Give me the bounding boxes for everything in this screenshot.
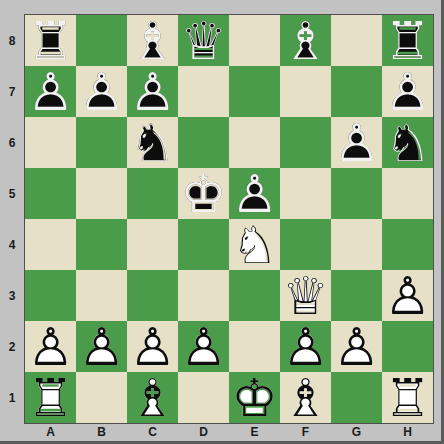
piece-outline-glyph: ♖ bbox=[25, 372, 76, 423]
rank-label-4: 4 bbox=[0, 219, 24, 270]
piece-outline-glyph: ♘ bbox=[229, 219, 280, 270]
square-b2[interactable]: ♟♙ bbox=[76, 321, 127, 372]
piece-outline-glyph: ♙ bbox=[382, 66, 433, 117]
piece-fill-glyph: ♜ bbox=[382, 372, 433, 423]
piece-outline-glyph: ♖ bbox=[382, 15, 433, 66]
file-label-f: F bbox=[280, 423, 331, 441]
square-e2[interactable] bbox=[229, 321, 280, 372]
black-bishop[interactable]: ♝♗ bbox=[127, 15, 178, 66]
file-labels: ABCDEFGH bbox=[25, 423, 433, 441]
piece-fill-glyph: ♞ bbox=[382, 117, 433, 168]
piece-fill-glyph: ♟ bbox=[280, 321, 331, 372]
square-a4[interactable] bbox=[25, 219, 76, 270]
piece-fill-glyph: ♜ bbox=[382, 15, 433, 66]
file-label-g: G bbox=[331, 423, 382, 441]
rank-label-5: 5 bbox=[0, 168, 24, 219]
square-d8[interactable]: ♛♕ bbox=[178, 15, 229, 66]
piece-fill-glyph: ♛ bbox=[280, 270, 331, 321]
square-c2[interactable]: ♟♙ bbox=[127, 321, 178, 372]
piece-fill-glyph: ♟ bbox=[127, 321, 178, 372]
square-g4[interactable] bbox=[331, 219, 382, 270]
piece-outline-glyph: ♖ bbox=[382, 372, 433, 423]
square-c6[interactable]: ♞♘ bbox=[127, 117, 178, 168]
square-e8[interactable] bbox=[229, 15, 280, 66]
square-c8[interactable]: ♝♗ bbox=[127, 15, 178, 66]
square-h6[interactable]: ♞♘ bbox=[382, 117, 433, 168]
piece-fill-glyph: ♟ bbox=[127, 66, 178, 117]
piece-fill-glyph: ♝ bbox=[280, 15, 331, 66]
rank-label-7: 7 bbox=[0, 66, 24, 117]
piece-fill-glyph: ♞ bbox=[127, 117, 178, 168]
white-pawn[interactable]: ♟♙ bbox=[331, 321, 382, 372]
square-g2[interactable]: ♟♙ bbox=[331, 321, 382, 372]
square-c7[interactable]: ♟♙ bbox=[127, 66, 178, 117]
square-f4[interactable] bbox=[280, 219, 331, 270]
piece-fill-glyph: ♚ bbox=[229, 372, 280, 423]
piece-outline-glyph: ♘ bbox=[382, 117, 433, 168]
square-c3[interactable] bbox=[127, 270, 178, 321]
piece-outline-glyph: ♘ bbox=[127, 117, 178, 168]
piece-fill-glyph: ♚ bbox=[178, 168, 229, 219]
square-e1[interactable]: ♚♔ bbox=[229, 372, 280, 423]
square-f3[interactable]: ♛♕ bbox=[280, 270, 331, 321]
white-pawn[interactable]: ♟♙ bbox=[178, 321, 229, 372]
white-bishop[interactable]: ♝♗ bbox=[280, 372, 331, 423]
piece-outline-glyph: ♕ bbox=[280, 270, 331, 321]
square-e5[interactable]: ♟♙ bbox=[229, 168, 280, 219]
black-pawn[interactable]: ♟♙ bbox=[229, 168, 280, 219]
black-rook[interactable]: ♜♖ bbox=[382, 15, 433, 66]
square-b6[interactable] bbox=[76, 117, 127, 168]
square-b5[interactable] bbox=[76, 168, 127, 219]
piece-fill-glyph: ♝ bbox=[280, 372, 331, 423]
piece-outline-glyph: ♙ bbox=[25, 321, 76, 372]
square-g5[interactable] bbox=[331, 168, 382, 219]
white-rook[interactable]: ♜♖ bbox=[25, 372, 76, 423]
square-a5[interactable] bbox=[25, 168, 76, 219]
square-b1[interactable] bbox=[76, 372, 127, 423]
rank-label-8: 8 bbox=[0, 15, 24, 66]
piece-outline-glyph: ♕ bbox=[178, 15, 229, 66]
square-e4[interactable]: ♞♘ bbox=[229, 219, 280, 270]
square-e6[interactable] bbox=[229, 117, 280, 168]
square-f6[interactable] bbox=[280, 117, 331, 168]
piece-fill-glyph: ♟ bbox=[331, 117, 382, 168]
square-c5[interactable] bbox=[127, 168, 178, 219]
file-label-c: C bbox=[127, 423, 178, 441]
piece-outline-glyph: ♔ bbox=[229, 372, 280, 423]
black-queen[interactable]: ♛♕ bbox=[178, 15, 229, 66]
rank-labels: 87654321 bbox=[0, 15, 24, 423]
white-knight[interactable]: ♞♘ bbox=[229, 219, 280, 270]
square-d6[interactable] bbox=[178, 117, 229, 168]
black-knight[interactable]: ♞♘ bbox=[127, 117, 178, 168]
piece-outline-glyph: ♙ bbox=[76, 321, 127, 372]
black-pawn[interactable]: ♟♙ bbox=[127, 66, 178, 117]
square-f2[interactable]: ♟♙ bbox=[280, 321, 331, 372]
square-h1[interactable]: ♜♖ bbox=[382, 372, 433, 423]
white-pawn[interactable]: ♟♙ bbox=[127, 321, 178, 372]
square-c1[interactable]: ♝♗ bbox=[127, 372, 178, 423]
piece-outline-glyph: ♙ bbox=[331, 321, 382, 372]
square-f7[interactable] bbox=[280, 66, 331, 117]
piece-fill-glyph: ♝ bbox=[127, 15, 178, 66]
piece-outline-glyph: ♖ bbox=[25, 15, 76, 66]
piece-outline-glyph: ♙ bbox=[127, 321, 178, 372]
square-d7[interactable] bbox=[178, 66, 229, 117]
piece-fill-glyph: ♟ bbox=[229, 168, 280, 219]
black-pawn[interactable]: ♟♙ bbox=[76, 66, 127, 117]
square-d3[interactable] bbox=[178, 270, 229, 321]
square-a3[interactable] bbox=[25, 270, 76, 321]
square-a8[interactable]: ♜♖ bbox=[25, 15, 76, 66]
black-bishop[interactable]: ♝♗ bbox=[280, 15, 331, 66]
piece-fill-glyph: ♞ bbox=[229, 219, 280, 270]
piece-fill-glyph: ♜ bbox=[25, 15, 76, 66]
piece-outline-glyph: ♙ bbox=[382, 270, 433, 321]
black-pawn[interactable]: ♟♙ bbox=[331, 117, 382, 168]
piece-outline-glyph: ♙ bbox=[280, 321, 331, 372]
rank-label-1: 1 bbox=[0, 372, 24, 423]
chess-board-window: 87654321 ♜♖♝♗♛♕♝♗♜♖♟♙♟♙♟♙♟♙♞♘♟♙♞♘♚♔♟♙♞♘♛… bbox=[0, 0, 444, 444]
file-label-b: B bbox=[76, 423, 127, 441]
file-label-h: H bbox=[382, 423, 433, 441]
square-d5[interactable]: ♚♔ bbox=[178, 168, 229, 219]
piece-fill-glyph: ♜ bbox=[25, 372, 76, 423]
square-a2[interactable]: ♟♙ bbox=[25, 321, 76, 372]
white-pawn[interactable]: ♟♙ bbox=[382, 270, 433, 321]
chess-board: ♜♖♝♗♛♕♝♗♜♖♟♙♟♙♟♙♟♙♞♘♟♙♞♘♚♔♟♙♞♘♛♕♟♙♟♙♟♙♟♙… bbox=[24, 14, 434, 424]
piece-outline-glyph: ♙ bbox=[76, 66, 127, 117]
white-rook[interactable]: ♜♖ bbox=[382, 372, 433, 423]
black-pawn[interactable]: ♟♙ bbox=[25, 66, 76, 117]
square-d2[interactable]: ♟♙ bbox=[178, 321, 229, 372]
black-pawn[interactable]: ♟♙ bbox=[382, 66, 433, 117]
square-h3[interactable]: ♟♙ bbox=[382, 270, 433, 321]
square-d4[interactable] bbox=[178, 219, 229, 270]
square-b3[interactable] bbox=[76, 270, 127, 321]
square-f1[interactable]: ♝♗ bbox=[280, 372, 331, 423]
piece-fill-glyph: ♟ bbox=[76, 66, 127, 117]
piece-outline-glyph: ♙ bbox=[178, 321, 229, 372]
rank-label-6: 6 bbox=[0, 117, 24, 168]
white-king[interactable]: ♚♔ bbox=[229, 372, 280, 423]
square-b4[interactable] bbox=[76, 219, 127, 270]
square-g1[interactable] bbox=[331, 372, 382, 423]
rank-label-2: 2 bbox=[0, 321, 24, 372]
white-pawn[interactable]: ♟♙ bbox=[280, 321, 331, 372]
square-a1[interactable]: ♜♖ bbox=[25, 372, 76, 423]
square-h8[interactable]: ♜♖ bbox=[382, 15, 433, 66]
square-f5[interactable] bbox=[280, 168, 331, 219]
piece-outline-glyph: ♙ bbox=[229, 168, 280, 219]
piece-fill-glyph: ♟ bbox=[76, 321, 127, 372]
square-e3[interactable] bbox=[229, 270, 280, 321]
piece-fill-glyph: ♟ bbox=[382, 66, 433, 117]
piece-fill-glyph: ♟ bbox=[331, 321, 382, 372]
square-h2[interactable] bbox=[382, 321, 433, 372]
square-h5[interactable] bbox=[382, 168, 433, 219]
square-g3[interactable] bbox=[331, 270, 382, 321]
file-label-a: A bbox=[25, 423, 76, 441]
square-b7[interactable]: ♟♙ bbox=[76, 66, 127, 117]
square-g8[interactable] bbox=[331, 15, 382, 66]
black-rook[interactable]: ♜♖ bbox=[25, 15, 76, 66]
white-queen[interactable]: ♛♕ bbox=[280, 270, 331, 321]
piece-fill-glyph: ♝ bbox=[127, 372, 178, 423]
piece-outline-glyph: ♔ bbox=[178, 168, 229, 219]
piece-outline-glyph: ♙ bbox=[127, 66, 178, 117]
piece-fill-glyph: ♛ bbox=[178, 15, 229, 66]
piece-fill-glyph: ♟ bbox=[382, 270, 433, 321]
square-g7[interactable] bbox=[331, 66, 382, 117]
file-label-d: D bbox=[178, 423, 229, 441]
piece-outline-glyph: ♗ bbox=[280, 372, 331, 423]
file-label-e: E bbox=[229, 423, 280, 441]
piece-outline-glyph: ♗ bbox=[127, 15, 178, 66]
square-d1[interactable] bbox=[178, 372, 229, 423]
piece-outline-glyph: ♙ bbox=[331, 117, 382, 168]
square-g6[interactable]: ♟♙ bbox=[331, 117, 382, 168]
piece-outline-glyph: ♗ bbox=[127, 372, 178, 423]
piece-outline-glyph: ♗ bbox=[280, 15, 331, 66]
piece-fill-glyph: ♟ bbox=[178, 321, 229, 372]
rank-label-3: 3 bbox=[0, 270, 24, 321]
square-a7[interactable]: ♟♙ bbox=[25, 66, 76, 117]
white-bishop[interactable]: ♝♗ bbox=[127, 372, 178, 423]
square-c4[interactable] bbox=[127, 219, 178, 270]
white-pawn[interactable]: ♟♙ bbox=[25, 321, 76, 372]
square-h4[interactable] bbox=[382, 219, 433, 270]
black-knight[interactable]: ♞♘ bbox=[382, 117, 433, 168]
square-e7[interactable] bbox=[229, 66, 280, 117]
piece-fill-glyph: ♟ bbox=[25, 66, 76, 117]
square-a6[interactable] bbox=[25, 117, 76, 168]
piece-outline-glyph: ♙ bbox=[25, 66, 76, 117]
piece-fill-glyph: ♟ bbox=[25, 321, 76, 372]
black-king[interactable]: ♚♔ bbox=[178, 168, 229, 219]
white-pawn[interactable]: ♟♙ bbox=[76, 321, 127, 372]
square-b8[interactable] bbox=[76, 15, 127, 66]
square-h7[interactable]: ♟♙ bbox=[382, 66, 433, 117]
square-f8[interactable]: ♝♗ bbox=[280, 15, 331, 66]
